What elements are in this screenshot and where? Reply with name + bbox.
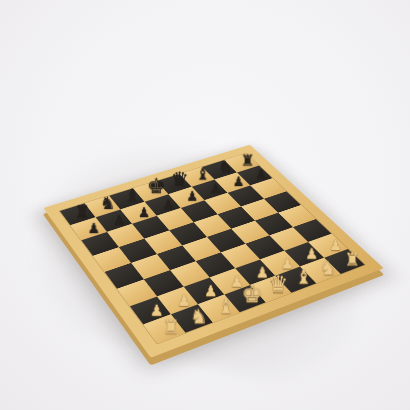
- piece-white-rook-h1[interactable]: ♜: [162, 318, 179, 337]
- piece-white-knight-g1[interactable]: ♞: [190, 306, 208, 326]
- piece-white-pawn-f2[interactable]: ♟: [204, 283, 218, 298]
- piece-white-knight-b1[interactable]: ♞: [320, 259, 337, 278]
- piece-black-pawn-b7[interactable]: ♟: [233, 175, 245, 188]
- piece-black-knight-g8[interactable]: ♞: [100, 195, 116, 212]
- piece-black-pawn-c7[interactable]: ♟: [210, 182, 222, 195]
- piece-white-pawn-a2[interactable]: ♟: [329, 238, 342, 252]
- piece-white-rook-a1[interactable]: ♜: [344, 251, 360, 269]
- piece-white-bishop-f1[interactable]: ♝: [217, 296, 235, 316]
- piece-black-knight-b8[interactable]: ♞: [218, 159, 233, 176]
- piece-black-bishop-c8[interactable]: ♝: [195, 166, 210, 183]
- piece-black-pawn-h7[interactable]: ♟: [88, 221, 101, 235]
- piece-black-pawn-d7[interactable]: ♟: [186, 190, 198, 203]
- piece-black-pawn-f7[interactable]: ♟: [138, 205, 150, 219]
- piece-black-king-e8[interactable]: ♚: [147, 176, 166, 197]
- photo-stage: ♜♞♝♚♛♝♞♜♟♟♟♟♟♟♟♟♟♟♟♟♟♟♟♟♜♞♝♚♛♝♞♜: [0, 0, 410, 410]
- piece-white-pawn-c2[interactable]: ♟: [281, 256, 294, 271]
- piece-white-pawn-b2[interactable]: ♟: [305, 247, 318, 261]
- piece-white-king-e1[interactable]: ♚: [242, 282, 264, 306]
- piece-black-queen-d8[interactable]: ♛: [171, 170, 189, 190]
- piece-white-bishop-c1[interactable]: ♝: [295, 268, 312, 287]
- piece-black-rook-h8[interactable]: ♜: [75, 204, 90, 221]
- piece-white-pawn-d2[interactable]: ♟: [256, 265, 269, 280]
- piece-black-pawn-a7[interactable]: ♟: [255, 168, 267, 181]
- piece-white-queen-d1[interactable]: ♛: [268, 274, 288, 297]
- piece-black-pawn-g7[interactable]: ♟: [113, 213, 125, 227]
- piece-black-pawn-e7[interactable]: ♟: [162, 197, 174, 211]
- piece-black-bishop-f8[interactable]: ♝: [124, 187, 139, 204]
- piece-black-rook-a8[interactable]: ♜: [241, 153, 255, 169]
